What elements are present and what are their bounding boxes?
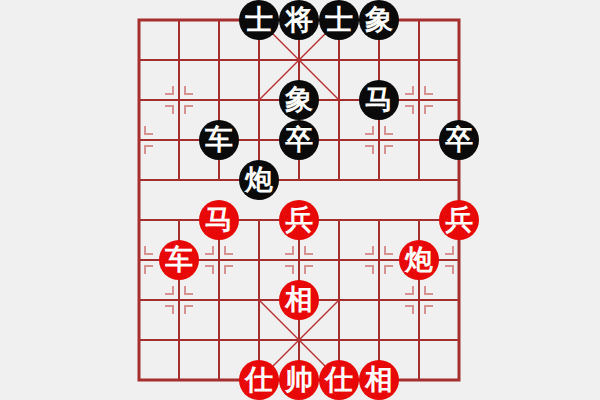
xiangqi-board: 士将士象象马车卒卒炮马兵兵车炮相仕帅仕相 xyxy=(0,0,600,400)
red-advisor-piece[interactable]: 仕 xyxy=(239,360,279,400)
red-soldier-piece[interactable]: 兵 xyxy=(439,200,479,240)
red-elephant-piece[interactable]: 相 xyxy=(359,360,399,400)
black-advisor-piece[interactable]: 士 xyxy=(239,0,279,40)
red-general-piece[interactable]: 帅 xyxy=(279,360,319,400)
black-advisor-piece[interactable]: 士 xyxy=(319,0,359,40)
red-horse-piece[interactable]: 马 xyxy=(199,200,239,240)
red-soldier-piece[interactable]: 兵 xyxy=(279,200,319,240)
red-elephant-piece[interactable]: 相 xyxy=(279,280,319,320)
red-cannon-piece[interactable]: 炮 xyxy=(399,240,439,280)
board-grid[interactable]: 士将士象象马车卒卒炮马兵兵车炮相仕帅仕相 xyxy=(119,0,479,400)
black-elephant-piece[interactable]: 象 xyxy=(359,0,399,40)
black-chariot-piece[interactable]: 车 xyxy=(199,120,239,160)
black-horse-piece[interactable]: 马 xyxy=(359,80,399,120)
red-chariot-piece[interactable]: 车 xyxy=(159,240,199,280)
black-general-piece[interactable]: 将 xyxy=(279,0,319,40)
black-soldier-piece[interactable]: 卒 xyxy=(439,120,479,160)
black-elephant-piece[interactable]: 象 xyxy=(279,80,319,120)
red-advisor-piece[interactable]: 仕 xyxy=(319,360,359,400)
black-soldier-piece[interactable]: 卒 xyxy=(279,120,319,160)
black-cannon-piece[interactable]: 炮 xyxy=(239,160,279,200)
